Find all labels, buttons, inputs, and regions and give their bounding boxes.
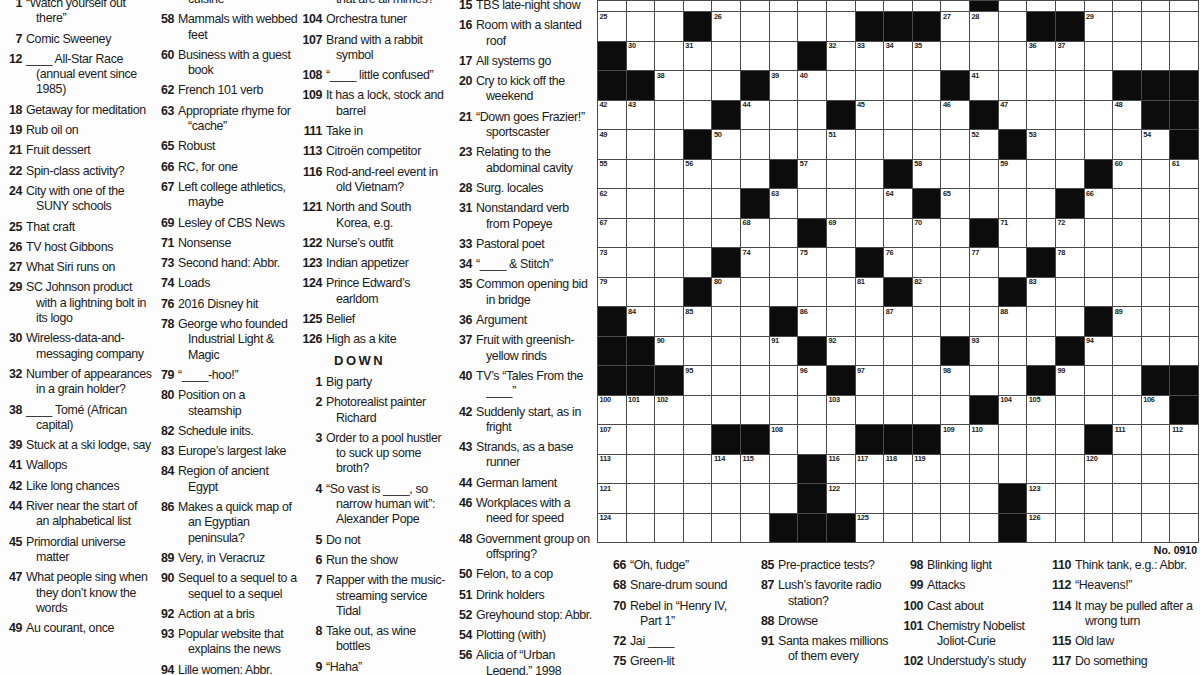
grid-cell[interactable] <box>913 101 941 130</box>
grid-cell[interactable] <box>712 366 740 395</box>
grid-cell[interactable] <box>1170 42 1198 71</box>
grid-cell[interactable] <box>941 396 969 425</box>
grid-cell[interactable] <box>1113 130 1141 159</box>
grid-cell[interactable] <box>1142 12 1170 41</box>
grid-cell[interactable] <box>1056 307 1084 336</box>
grid-cell[interactable] <box>913 337 941 366</box>
grid-cell[interactable] <box>798 101 826 130</box>
grid-cell[interactable] <box>1085 101 1113 130</box>
grid-cell[interactable]: 124 <box>598 514 626 543</box>
grid-cell[interactable] <box>1170 278 1198 307</box>
grid-cell[interactable] <box>655 248 683 277</box>
grid-cell[interactable] <box>856 160 884 189</box>
grid-cell[interactable] <box>712 484 740 513</box>
grid-cell[interactable] <box>941 248 969 277</box>
grid-cell[interactable] <box>884 1 912 11</box>
grid-cell[interactable] <box>1056 1 1084 11</box>
grid-cell[interactable] <box>627 278 655 307</box>
grid-cell[interactable]: 125 <box>856 514 884 543</box>
grid-cell[interactable] <box>798 278 826 307</box>
grid-cell[interactable] <box>1056 455 1084 484</box>
grid-cell[interactable] <box>741 307 769 336</box>
grid-cell[interactable]: 92 <box>827 337 855 366</box>
grid-cell[interactable] <box>856 219 884 248</box>
grid-cell[interactable]: 102 <box>655 396 683 425</box>
grid-cell[interactable] <box>941 42 969 71</box>
grid-cell[interactable]: 53 <box>1027 130 1055 159</box>
grid-cell[interactable]: 71 <box>999 219 1027 248</box>
grid-cell[interactable] <box>627 130 655 159</box>
grid-cell[interactable] <box>1142 425 1170 454</box>
grid-cell[interactable] <box>970 366 998 395</box>
grid-cell[interactable] <box>884 366 912 395</box>
grid-cell[interactable] <box>655 160 683 189</box>
grid-cell[interactable] <box>941 307 969 336</box>
grid-cell[interactable]: 98 <box>941 366 969 395</box>
grid-cell[interactable] <box>970 484 998 513</box>
grid-cell[interactable]: 48 <box>1113 101 1141 130</box>
grid-cell[interactable] <box>627 484 655 513</box>
grid-cell[interactable] <box>741 278 769 307</box>
grid-cell[interactable] <box>798 1 826 11</box>
grid-cell[interactable]: 97 <box>856 366 884 395</box>
grid-cell[interactable] <box>627 12 655 41</box>
grid-cell[interactable] <box>1085 42 1113 71</box>
grid-cell[interactable]: 31 <box>684 42 712 71</box>
grid-cell[interactable] <box>770 12 798 41</box>
grid-cell[interactable] <box>741 1 769 11</box>
grid-cell[interactable]: 27 <box>941 12 969 41</box>
grid-cell[interactable] <box>1170 484 1198 513</box>
grid-cell[interactable]: 51 <box>827 130 855 159</box>
grid-cell[interactable]: 73 <box>598 248 626 277</box>
grid-cell[interactable] <box>1142 278 1170 307</box>
grid-cell[interactable] <box>627 248 655 277</box>
grid-cell[interactable]: 32 <box>827 42 855 71</box>
grid-cell[interactable]: 44 <box>741 101 769 130</box>
grid-cell[interactable] <box>712 307 740 336</box>
grid-cell[interactable] <box>655 278 683 307</box>
grid-cell[interactable] <box>1027 71 1055 100</box>
grid-cell[interactable]: 83 <box>1027 278 1055 307</box>
grid-cell[interactable] <box>856 396 884 425</box>
grid-cell[interactable]: 25 <box>598 12 626 41</box>
grid-cell[interactable] <box>627 189 655 218</box>
grid-cell[interactable] <box>1085 484 1113 513</box>
grid-cell[interactable] <box>741 514 769 543</box>
grid-cell[interactable] <box>684 189 712 218</box>
grid-cell[interactable]: 109 <box>941 425 969 454</box>
grid-cell[interactable]: 75 <box>798 248 826 277</box>
grid-cell[interactable]: 56 <box>684 160 712 189</box>
grid-cell[interactable] <box>741 130 769 159</box>
grid-cell[interactable]: 46 <box>941 101 969 130</box>
grid-cell[interactable] <box>856 337 884 366</box>
grid-cell[interactable] <box>913 130 941 159</box>
grid-cell[interactable] <box>1085 366 1113 395</box>
grid-cell[interactable] <box>712 219 740 248</box>
grid-cell[interactable] <box>1113 455 1141 484</box>
grid-cell[interactable]: 104 <box>999 396 1027 425</box>
grid-cell[interactable]: 68 <box>741 219 769 248</box>
grid-cell[interactable]: 84 <box>627 307 655 336</box>
grid-cell[interactable]: 121 <box>598 484 626 513</box>
grid-cell[interactable]: 107 <box>598 425 626 454</box>
grid-cell[interactable] <box>1142 455 1170 484</box>
grid-cell[interactable] <box>1056 160 1084 189</box>
grid-cell[interactable] <box>741 396 769 425</box>
grid-cell[interactable]: 106 <box>1142 396 1170 425</box>
grid-cell[interactable]: 101 <box>627 396 655 425</box>
grid-cell[interactable]: 108 <box>770 425 798 454</box>
grid-cell[interactable]: 37 <box>1056 42 1084 71</box>
grid-cell[interactable] <box>941 160 969 189</box>
grid-cell[interactable] <box>827 278 855 307</box>
grid-cell[interactable] <box>1113 514 1141 543</box>
grid-cell[interactable]: 30 <box>627 42 655 71</box>
grid-cell[interactable] <box>999 189 1027 218</box>
grid-cell[interactable]: 96 <box>798 366 826 395</box>
grid-cell[interactable]: 57 <box>798 160 826 189</box>
grid-cell[interactable] <box>856 1 884 11</box>
grid-cell[interactable] <box>1142 484 1170 513</box>
grid-cell[interactable] <box>684 396 712 425</box>
grid-cell[interactable]: 49 <box>598 130 626 159</box>
grid-cell[interactable] <box>970 307 998 336</box>
grid-cell[interactable] <box>1113 189 1141 218</box>
grid-cell[interactable]: 36 <box>1027 42 1055 71</box>
grid-cell[interactable] <box>970 455 998 484</box>
grid-cell[interactable] <box>1027 219 1055 248</box>
grid-cell[interactable]: 115 <box>741 455 769 484</box>
grid-cell[interactable]: 89 <box>1113 307 1141 336</box>
grid-cell[interactable] <box>741 42 769 71</box>
grid-cell[interactable]: 77 <box>970 248 998 277</box>
grid-cell[interactable] <box>1113 248 1141 277</box>
grid-cell[interactable] <box>1170 337 1198 366</box>
grid-cell[interactable] <box>827 189 855 218</box>
grid-cell[interactable]: 58 <box>913 160 941 189</box>
grid-cell[interactable] <box>1027 1 1055 11</box>
grid-cell[interactable] <box>798 12 826 41</box>
grid-cell[interactable]: 67 <box>598 219 626 248</box>
grid-cell[interactable] <box>913 484 941 513</box>
grid-cell[interactable] <box>1113 484 1141 513</box>
grid-cell[interactable] <box>712 160 740 189</box>
grid-cell[interactable] <box>684 514 712 543</box>
grid-cell[interactable]: 103 <box>827 396 855 425</box>
grid-cell[interactable]: 91 <box>770 337 798 366</box>
grid-cell[interactable]: 54 <box>1142 130 1170 159</box>
grid-cell[interactable]: 122 <box>827 484 855 513</box>
grid-cell[interactable] <box>655 189 683 218</box>
grid-cell[interactable]: 40 <box>798 71 826 100</box>
grid-cell[interactable] <box>884 71 912 100</box>
grid-cell[interactable] <box>1056 71 1084 100</box>
grid-cell[interactable]: 35 <box>913 42 941 71</box>
grid-cell[interactable] <box>684 71 712 100</box>
grid-cell[interactable]: 66 <box>1085 189 1113 218</box>
grid-cell[interactable]: 95 <box>684 366 712 395</box>
grid-cell[interactable]: 113 <box>598 455 626 484</box>
grid-cell[interactable] <box>884 396 912 425</box>
grid-cell[interactable] <box>1113 366 1141 395</box>
grid-cell[interactable]: 62 <box>598 189 626 218</box>
grid-cell[interactable]: 70 <box>913 219 941 248</box>
grid-cell[interactable]: 55 <box>598 160 626 189</box>
grid-cell[interactable] <box>770 101 798 130</box>
grid-cell[interactable] <box>770 130 798 159</box>
grid-cell[interactable] <box>827 307 855 336</box>
grid-cell[interactable]: 52 <box>970 130 998 159</box>
grid-cell[interactable] <box>770 455 798 484</box>
grid-cell[interactable] <box>970 514 998 543</box>
grid-cell[interactable] <box>684 455 712 484</box>
grid-cell[interactable]: 85 <box>684 307 712 336</box>
grid-cell[interactable] <box>941 514 969 543</box>
grid-cell[interactable] <box>827 160 855 189</box>
grid-cell[interactable] <box>1056 130 1084 159</box>
grid-cell[interactable]: 63 <box>770 189 798 218</box>
grid-cell[interactable] <box>1085 278 1113 307</box>
grid-cell[interactable] <box>1142 307 1170 336</box>
grid-cell[interactable]: 117 <box>856 455 884 484</box>
grid-cell[interactable] <box>1170 307 1198 336</box>
grid-cell[interactable] <box>655 101 683 130</box>
grid-cell[interactable] <box>999 42 1027 71</box>
grid-cell[interactable] <box>712 42 740 71</box>
grid-cell[interactable] <box>913 307 941 336</box>
grid-cell[interactable]: 41 <box>970 71 998 100</box>
grid-cell[interactable]: 61 <box>1170 160 1198 189</box>
grid-cell[interactable] <box>1056 396 1084 425</box>
grid-cell[interactable] <box>684 1 712 11</box>
grid-cell[interactable]: 29 <box>1085 12 1113 41</box>
grid-cell[interactable]: 81 <box>856 278 884 307</box>
grid-cell[interactable] <box>798 396 826 425</box>
grid-cell[interactable] <box>970 42 998 71</box>
grid-cell[interactable] <box>1056 514 1084 543</box>
grid-cell[interactable] <box>970 278 998 307</box>
grid-cell[interactable]: 34 <box>884 42 912 71</box>
grid-cell[interactable] <box>1170 12 1198 41</box>
grid-cell[interactable] <box>741 366 769 395</box>
grid-cell[interactable] <box>1170 455 1198 484</box>
grid-cell[interactable]: 28 <box>970 12 998 41</box>
grid-cell[interactable]: 80 <box>712 278 740 307</box>
grid-cell[interactable] <box>913 248 941 277</box>
grid-cell[interactable] <box>655 425 683 454</box>
grid-cell[interactable] <box>655 130 683 159</box>
grid-cell[interactable] <box>1027 101 1055 130</box>
grid-cell[interactable] <box>770 484 798 513</box>
grid-cell[interactable] <box>827 12 855 41</box>
grid-cell[interactable] <box>999 337 1027 366</box>
grid-cell[interactable] <box>999 248 1027 277</box>
grid-cell[interactable] <box>712 71 740 100</box>
grid-cell[interactable] <box>770 278 798 307</box>
grid-cell[interactable] <box>1027 189 1055 218</box>
grid-cell[interactable] <box>941 484 969 513</box>
grid-cell[interactable] <box>999 12 1027 41</box>
grid-cell[interactable] <box>1027 160 1055 189</box>
grid-cell[interactable] <box>1142 160 1170 189</box>
grid-cell[interactable] <box>1113 337 1141 366</box>
grid-cell[interactable]: 79 <box>598 278 626 307</box>
grid-cell[interactable] <box>856 484 884 513</box>
grid-cell[interactable] <box>655 514 683 543</box>
grid-cell[interactable]: 39 <box>770 71 798 100</box>
grid-cell[interactable] <box>1027 425 1055 454</box>
grid-cell[interactable]: 42 <box>598 101 626 130</box>
grid-cell[interactable] <box>1056 278 1084 307</box>
grid-cell[interactable] <box>598 1 626 11</box>
grid-cell[interactable]: 82 <box>913 278 941 307</box>
grid-cell[interactable] <box>970 160 998 189</box>
grid-cell[interactable] <box>1170 248 1198 277</box>
grid-cell[interactable] <box>1056 425 1084 454</box>
grid-cell[interactable] <box>627 514 655 543</box>
grid-cell[interactable] <box>856 71 884 100</box>
grid-cell[interactable] <box>627 1 655 11</box>
grid-cell[interactable] <box>770 219 798 248</box>
grid-cell[interactable] <box>884 484 912 513</box>
grid-cell[interactable]: 105 <box>1027 396 1055 425</box>
grid-cell[interactable]: 33 <box>856 42 884 71</box>
grid-cell[interactable]: 90 <box>655 337 683 366</box>
grid-cell[interactable]: 110 <box>970 425 998 454</box>
grid-cell[interactable] <box>1027 455 1055 484</box>
grid-cell[interactable] <box>1142 189 1170 218</box>
grid-cell[interactable] <box>627 160 655 189</box>
grid-cell[interactable] <box>1113 219 1141 248</box>
grid-cell[interactable] <box>1113 1 1141 11</box>
grid-cell[interactable] <box>655 1 683 11</box>
grid-cell[interactable] <box>1085 130 1113 159</box>
grid-cell[interactable] <box>684 484 712 513</box>
grid-cell[interactable] <box>941 130 969 159</box>
grid-cell[interactable] <box>1170 1 1198 11</box>
grid-cell[interactable]: 45 <box>856 101 884 130</box>
grid-cell[interactable] <box>1027 337 1055 366</box>
grid-cell[interactable]: 126 <box>1027 514 1055 543</box>
grid-cell[interactable]: 123 <box>1027 484 1055 513</box>
grid-cell[interactable] <box>1142 248 1170 277</box>
grid-cell[interactable] <box>1027 307 1055 336</box>
grid-cell[interactable] <box>798 189 826 218</box>
grid-cell[interactable] <box>884 514 912 543</box>
grid-cell[interactable] <box>770 248 798 277</box>
grid-cell[interactable] <box>913 1 941 11</box>
grid-cell[interactable] <box>1142 514 1170 543</box>
grid-cell[interactable]: 94 <box>1085 337 1113 366</box>
grid-cell[interactable] <box>884 130 912 159</box>
grid-cell[interactable] <box>684 219 712 248</box>
grid-cell[interactable] <box>827 1 855 11</box>
grid-cell[interactable] <box>1142 1 1170 11</box>
grid-cell[interactable]: 100 <box>598 396 626 425</box>
grid-cell[interactable] <box>913 514 941 543</box>
grid-cell[interactable]: 47 <box>999 101 1027 130</box>
grid-cell[interactable] <box>655 307 683 336</box>
grid-cell[interactable]: 87 <box>884 307 912 336</box>
grid-cell[interactable] <box>999 455 1027 484</box>
grid-cell[interactable] <box>770 42 798 71</box>
grid-cell[interactable] <box>798 425 826 454</box>
grid-cell[interactable] <box>970 189 998 218</box>
grid-cell[interactable] <box>684 101 712 130</box>
grid-cell[interactable] <box>1142 219 1170 248</box>
grid-cell[interactable] <box>999 1 1027 11</box>
grid-cell[interactable]: 74 <box>741 248 769 277</box>
grid-cell[interactable] <box>941 455 969 484</box>
grid-cell[interactable] <box>884 219 912 248</box>
grid-cell[interactable] <box>741 484 769 513</box>
grid-cell[interactable] <box>1113 12 1141 41</box>
grid-cell[interactable] <box>999 71 1027 100</box>
grid-cell[interactable]: 69 <box>827 219 855 248</box>
grid-cell[interactable] <box>770 366 798 395</box>
grid-cell[interactable]: 114 <box>712 455 740 484</box>
grid-cell[interactable] <box>627 425 655 454</box>
grid-cell[interactable] <box>1056 101 1084 130</box>
grid-cell[interactable]: 119 <box>913 455 941 484</box>
grid-cell[interactable] <box>1085 248 1113 277</box>
grid-cell[interactable]: 50 <box>712 130 740 159</box>
grid-cell[interactable] <box>1170 189 1198 218</box>
grid-cell[interactable] <box>741 337 769 366</box>
grid-cell[interactable]: 78 <box>1056 248 1084 277</box>
grid-cell[interactable] <box>884 337 912 366</box>
grid-cell[interactable] <box>999 425 1027 454</box>
grid-cell[interactable] <box>684 337 712 366</box>
grid-cell[interactable] <box>655 219 683 248</box>
grid-cell[interactable]: 76 <box>884 248 912 277</box>
grid-cell[interactable] <box>1170 219 1198 248</box>
grid-cell[interactable] <box>684 425 712 454</box>
grid-cell[interactable]: 99 <box>1056 366 1084 395</box>
grid-cell[interactable] <box>941 219 969 248</box>
grid-cell[interactable]: 86 <box>798 307 826 336</box>
grid-cell[interactable] <box>770 396 798 425</box>
grid-cell[interactable] <box>1085 219 1113 248</box>
grid-cell[interactable]: 43 <box>627 101 655 130</box>
grid-cell[interactable] <box>1085 514 1113 543</box>
grid-cell[interactable] <box>856 189 884 218</box>
grid-cell[interactable] <box>827 248 855 277</box>
grid-cell[interactable] <box>1113 396 1141 425</box>
grid-cell[interactable] <box>999 366 1027 395</box>
grid-cell[interactable]: 64 <box>884 189 912 218</box>
grid-cell[interactable]: 72 <box>1056 219 1084 248</box>
grid-cell[interactable]: 116 <box>827 455 855 484</box>
grid-cell[interactable] <box>856 307 884 336</box>
grid-cell[interactable]: 38 <box>655 71 683 100</box>
grid-cell[interactable] <box>627 219 655 248</box>
grid-cell[interactable] <box>1170 514 1198 543</box>
grid-cell[interactable] <box>1085 396 1113 425</box>
grid-cell[interactable] <box>627 455 655 484</box>
grid-cell[interactable] <box>1142 42 1170 71</box>
grid-cell[interactable]: 59 <box>999 160 1027 189</box>
grid-cell[interactable]: 112 <box>1170 425 1198 454</box>
grid-cell[interactable]: 120 <box>1085 455 1113 484</box>
grid-cell[interactable] <box>913 71 941 100</box>
grid-cell[interactable]: 65 <box>941 189 969 218</box>
grid-cell[interactable] <box>913 366 941 395</box>
grid-cell[interactable] <box>655 12 683 41</box>
grid-cell[interactable]: 26 <box>712 12 740 41</box>
